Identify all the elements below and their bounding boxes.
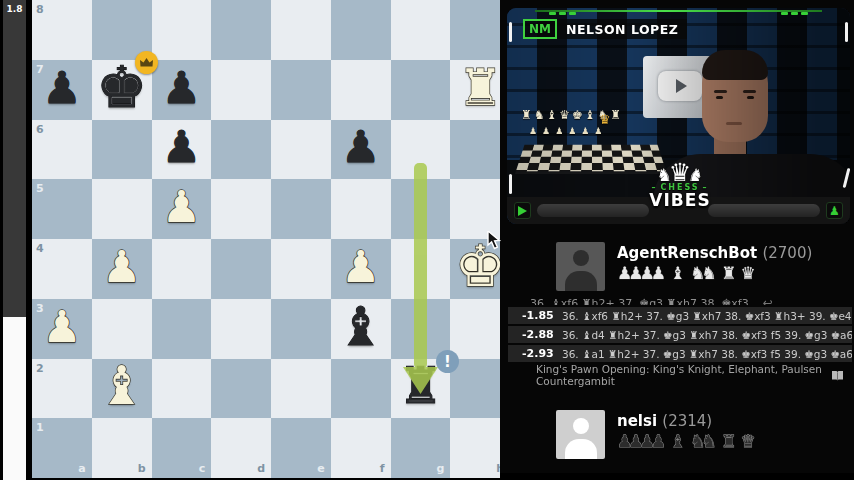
captured-pieces: ♟♟♟♟ ♝ ♞♞ ♜ ♛ xyxy=(617,263,752,283)
square-e2[interactable] xyxy=(271,359,331,419)
square-c4[interactable] xyxy=(152,239,212,299)
engine-line-2[interactable]: -2.88 36. ♝d4 ♜h2+ 37. ♚g3 ♜xh7 38. ♚xf3… xyxy=(508,326,852,343)
piece-white-pawn-c5[interactable]: ♟ xyxy=(162,185,201,229)
stream-panel: ♜♞♝♛♚♝♞♜ ♛ ♟♟♟♟♟♟ NM NELSON LOPEZ ♟ xyxy=(500,0,854,480)
file-label-d: d xyxy=(257,462,265,475)
file-label-e: e xyxy=(317,462,324,475)
chess-vibes-logo: ♞♛♞ CHESS VIBES xyxy=(632,160,728,209)
avatar-silhouette xyxy=(573,250,589,266)
square-f2[interactable] xyxy=(331,359,391,419)
square-e5[interactable] xyxy=(271,179,331,239)
player-rating: (2700) xyxy=(762,244,812,262)
square-b3[interactable] xyxy=(92,299,152,359)
square-e8[interactable] xyxy=(271,0,331,60)
engine-eval: -1.85 xyxy=(522,309,562,322)
rank-label-3: 3 xyxy=(36,302,44,315)
engine-moves: 36. ♝a1 ♜h2+ 37. ♚g3 ♜xh7 38. ♚xf3 f5 39… xyxy=(562,348,852,360)
square-c2[interactable] xyxy=(152,359,212,419)
physical-board-gold-piece: ♛ xyxy=(599,112,611,127)
rank-label-8: 8 xyxy=(36,3,44,16)
play-icon xyxy=(518,206,527,216)
piece-black-pawn-c6[interactable]: ♟ xyxy=(162,126,201,170)
chess-board[interactable]: ! 12345678abcdefgh♟♚♟♜♟♟♟♟♟♚♟♝♝♜ xyxy=(32,0,510,478)
streamer-name: NELSON LOPEZ xyxy=(557,19,687,39)
rank-label-5: 5 xyxy=(36,182,44,195)
player-row-top[interactable]: AgentRenschBot (2700) ♟♟♟♟ ♝ ♞♞ ♜ ♛ xyxy=(500,238,854,294)
square-f8[interactable] xyxy=(331,0,391,60)
square-e6[interactable] xyxy=(271,120,331,180)
eval-bar: 1.8 xyxy=(3,0,26,480)
streamer-nameplate: NM NELSON LOPEZ xyxy=(523,19,687,39)
eval-bar-white-section xyxy=(3,317,26,480)
logo-vibes-text: VIBES xyxy=(632,192,728,209)
engine-line-3[interactable]: -2.93 36. ♝a1 ♜h2+ 37. ♚g3 ♜xh7 38. ♚xf3… xyxy=(508,345,852,362)
piece-black-rook-g2[interactable]: ♜ xyxy=(398,361,443,411)
piece-white-pawn-f4[interactable]: ♟ xyxy=(341,245,380,289)
square-g4[interactable] xyxy=(391,239,451,299)
square-d6[interactable] xyxy=(211,120,271,180)
opening-name: King's Pawn Opening: King's Knight, Elep… xyxy=(536,363,831,387)
square-d5[interactable] xyxy=(211,179,271,239)
square-d3[interactable] xyxy=(211,299,271,359)
player-rating: (2314) xyxy=(662,412,712,430)
engine-eval: -2.88 xyxy=(522,328,562,341)
app-root: 1.8 ! 12345678abcdefgh♟♚♟♜♟♟♟♟♟♚♟♝♝♜ xyxy=(0,0,854,480)
avatar[interactable] xyxy=(556,410,605,459)
square-g5[interactable] xyxy=(391,179,451,239)
pawn-icon: ♟ xyxy=(829,205,840,217)
piece-black-pawn-a7[interactable]: ♟ xyxy=(42,66,81,110)
square-c8[interactable] xyxy=(152,0,212,60)
physical-board-pawns: ♟♟♟♟♟♟ xyxy=(529,126,679,136)
pawn-button[interactable]: ♟ xyxy=(826,202,843,219)
knight-icon: ♞ xyxy=(688,167,703,184)
square-g7[interactable] xyxy=(391,60,451,120)
player-username: nelsi xyxy=(617,412,657,430)
piece-white-pawn-a3[interactable]: ♟ xyxy=(42,305,81,349)
square-g8[interactable] xyxy=(391,0,451,60)
file-label-f: f xyxy=(380,462,385,475)
overlay-dashes-left xyxy=(549,12,576,15)
square-b5[interactable] xyxy=(92,179,152,239)
rank-label-1: 1 xyxy=(36,421,44,434)
square-d4[interactable] xyxy=(211,239,271,299)
eval-score: 1.8 xyxy=(3,4,26,14)
piece-black-bishop-f3[interactable]: ♝ xyxy=(337,300,385,353)
rank-label-2: 2 xyxy=(36,362,44,375)
piece-black-pawn-f6[interactable]: ♟ xyxy=(341,126,380,170)
title-badge: NM xyxy=(523,19,557,39)
play-button[interactable] xyxy=(514,202,531,219)
piece-black-pawn-c7[interactable]: ♟ xyxy=(162,66,201,110)
square-c3[interactable] xyxy=(152,299,212,359)
opening-name-row[interactable]: King's Pawn Opening: King's Knight, Elep… xyxy=(508,365,852,385)
square-e7[interactable] xyxy=(271,60,331,120)
overlay-dashes-right xyxy=(781,12,808,15)
file-label-b: b xyxy=(138,462,146,475)
rank-label-4: 4 xyxy=(36,242,44,255)
mouse-cursor xyxy=(487,231,504,250)
engine-eval: -2.93 xyxy=(522,347,562,360)
square-d2[interactable] xyxy=(211,359,271,419)
square-g3[interactable] xyxy=(391,299,451,359)
player-username: AgentRenschBot xyxy=(617,244,757,262)
piece-white-pawn-b4[interactable]: ♟ xyxy=(102,245,141,289)
engine-moves: 36. ♝d4 ♜h2+ 37. ♚g3 ♜xh7 38. ♚xf3 f5 39… xyxy=(562,329,852,341)
avatar-silhouette xyxy=(573,418,589,434)
square-e4[interactable] xyxy=(271,239,331,299)
physical-board-pieces: ♜♞♝♛♚♝♞♜ xyxy=(521,108,671,122)
square-d8[interactable] xyxy=(211,0,271,60)
overlay-top-line xyxy=(535,10,822,12)
file-label-g: g xyxy=(436,462,444,475)
frame-tick xyxy=(509,174,512,194)
frame-tick xyxy=(509,22,512,42)
captured-pieces: ♟♟♟♟ ♝ ♞♞ ♜ ♛ xyxy=(617,431,752,451)
file-label-a: a xyxy=(78,462,85,475)
square-b6[interactable] xyxy=(92,120,152,180)
square-f7[interactable] xyxy=(331,60,391,120)
winner-crown-badge xyxy=(135,51,158,74)
square-f5[interactable] xyxy=(331,179,391,239)
square-g6[interactable] xyxy=(391,120,451,180)
frame-tick xyxy=(845,22,848,42)
player-name[interactable]: AgentRenschBot (2700) xyxy=(617,244,812,262)
player-row-bottom[interactable]: nelsi (2314) ♟♟♟♟ ♝ ♞♞ ♜ ♛ xyxy=(500,406,854,462)
analysis-scrolling-line: 36. ♝xf6 ♜h2+ 37. ♚g3 ♜xh7 38. ♚xf3↩ xyxy=(508,292,852,305)
piece-white-bishop-b2[interactable]: ♝ xyxy=(98,360,146,413)
square-e3[interactable] xyxy=(271,299,331,359)
player-name[interactable]: nelsi (2314) xyxy=(617,412,712,430)
panel-bottom-strip xyxy=(500,473,854,480)
analysis-partial-moves: 36. ♝xf6 ♜h2+ 37. ♚g3 ♜xh7 38. ♚xf3 xyxy=(530,297,749,305)
square-d7[interactable] xyxy=(211,60,271,120)
rank-label-7: 7 xyxy=(36,63,44,76)
book-icon xyxy=(831,369,844,382)
avatar[interactable] xyxy=(556,242,605,291)
crown-icon xyxy=(140,58,153,68)
engine-analysis: 36. ♝xf6 ♜h2+ 37. ♚g3 ♜xh7 38. ♚xf3↩ -1.… xyxy=(508,292,852,385)
great-move-badge: ! xyxy=(436,350,459,373)
file-label-c: c xyxy=(199,462,206,475)
avatar-silhouette xyxy=(565,439,597,459)
avatar-silhouette xyxy=(565,271,597,291)
rank-label-6: 6 xyxy=(36,123,44,136)
return-arrow-icon: ↩ xyxy=(763,296,773,305)
piece-white-rook-h7[interactable]: ♜ xyxy=(458,63,503,113)
engine-moves: 36. ♝xf6 ♜h2+ 37. ♚g3 ♜xh7 38. ♚xf3 ♜h3+… xyxy=(562,310,852,322)
engine-line-1[interactable]: -1.85 36. ♝xf6 ♜h2+ 37. ♚g3 ♜xh7 38. ♚xf… xyxy=(508,307,852,324)
great-move-glyph: ! xyxy=(444,353,451,371)
logo-pieces-icon: ♞♛♞ xyxy=(632,160,728,185)
